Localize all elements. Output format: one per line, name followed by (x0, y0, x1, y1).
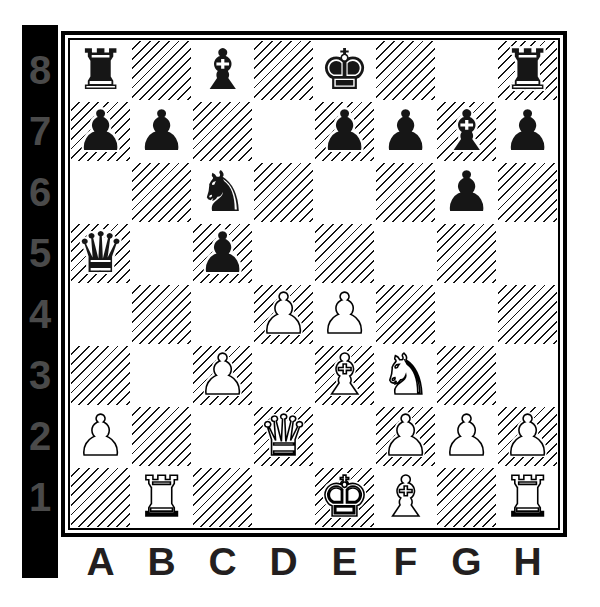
square-h1[interactable]: ♜ (497, 467, 558, 528)
piece-white-pawn[interactable]: ♟ (375, 406, 436, 467)
square-f3[interactable]: ♞ (375, 345, 436, 406)
piece-white-bishop[interactable]: ♝ (375, 467, 436, 528)
piece-black-knight[interactable]: ♞ (192, 162, 253, 223)
square-b1[interactable]: ♜ (131, 467, 192, 528)
square-h4[interactable] (497, 284, 558, 345)
rank-label-3: 3 (22, 345, 58, 406)
file-label-e: E (314, 539, 375, 584)
square-f4[interactable] (375, 284, 436, 345)
file-label-g: G (436, 539, 497, 584)
piece-white-king[interactable]: ♚ (314, 467, 375, 528)
file-label-c: C (192, 539, 253, 584)
square-f6[interactable] (375, 162, 436, 223)
square-a7[interactable]: ♟ (70, 101, 131, 162)
square-a4[interactable] (70, 284, 131, 345)
piece-white-knight[interactable]: ♞ (375, 345, 436, 406)
square-c3[interactable]: ♟ (192, 345, 253, 406)
square-c5[interactable]: ♟ (192, 223, 253, 284)
square-g7[interactable]: ♝ (436, 101, 497, 162)
piece-white-bishop[interactable]: ♝ (314, 345, 375, 406)
piece-black-pawn[interactable]: ♟ (497, 101, 558, 162)
square-c8[interactable]: ♝ (192, 40, 253, 101)
piece-white-pawn[interactable]: ♟ (70, 406, 131, 467)
rank-label-2: 2 (22, 406, 58, 467)
rank-label-1: 1 (22, 467, 58, 528)
square-e8[interactable]: ♚ (314, 40, 375, 101)
file-label-d: D (253, 539, 314, 584)
piece-black-pawn[interactable]: ♟ (314, 101, 375, 162)
rank-label-4: 4 (22, 284, 58, 345)
square-b6[interactable] (131, 162, 192, 223)
piece-black-bishop[interactable]: ♝ (436, 101, 497, 162)
square-d7[interactable] (253, 101, 314, 162)
square-d2[interactable]: ♛ (253, 406, 314, 467)
square-h3[interactable] (497, 345, 558, 406)
piece-black-pawn[interactable]: ♟ (70, 101, 131, 162)
piece-black-pawn[interactable]: ♟ (131, 101, 192, 162)
square-f1[interactable]: ♝ (375, 467, 436, 528)
piece-black-rook[interactable]: ♜ (70, 40, 131, 101)
square-a5[interactable]: ♛ (70, 223, 131, 284)
square-c1[interactable] (192, 467, 253, 528)
square-d8[interactable] (253, 40, 314, 101)
piece-white-pawn[interactable]: ♟ (192, 345, 253, 406)
square-e5[interactable] (314, 223, 375, 284)
square-a3[interactable] (70, 345, 131, 406)
square-g3[interactable] (436, 345, 497, 406)
square-a8[interactable]: ♜ (70, 40, 131, 101)
square-f2[interactable]: ♟ (375, 406, 436, 467)
square-c4[interactable] (192, 284, 253, 345)
square-g8[interactable] (436, 40, 497, 101)
square-h7[interactable]: ♟ (497, 101, 558, 162)
piece-black-pawn[interactable]: ♟ (375, 101, 436, 162)
piece-white-pawn[interactable]: ♟ (314, 284, 375, 345)
square-e2[interactable] (314, 406, 375, 467)
square-e1[interactable]: ♚ (314, 467, 375, 528)
square-c7[interactable] (192, 101, 253, 162)
piece-white-pawn[interactable]: ♟ (436, 406, 497, 467)
piece-black-bishop[interactable]: ♝ (192, 40, 253, 101)
square-e3[interactable]: ♝ (314, 345, 375, 406)
square-f8[interactable] (375, 40, 436, 101)
square-d1[interactable] (253, 467, 314, 528)
piece-black-king[interactable]: ♚ (314, 40, 375, 101)
square-g1[interactable] (436, 467, 497, 528)
rank-label-6: 6 (22, 162, 58, 223)
square-a2[interactable]: ♟ (70, 406, 131, 467)
rank-label-7: 7 (22, 101, 58, 162)
piece-black-rook[interactable]: ♜ (497, 40, 558, 101)
piece-white-queen[interactable]: ♛ (253, 406, 314, 467)
file-label-h: H (497, 539, 558, 584)
rank-label-8: 8 (22, 40, 58, 101)
file-label-a: A (70, 539, 131, 584)
square-c6[interactable]: ♞ (192, 162, 253, 223)
rank-label-5: 5 (22, 223, 58, 284)
square-g5[interactable] (436, 223, 497, 284)
square-a6[interactable] (70, 162, 131, 223)
square-h2[interactable]: ♟ (497, 406, 558, 467)
square-b2[interactable] (131, 406, 192, 467)
square-d6[interactable] (253, 162, 314, 223)
square-e6[interactable] (314, 162, 375, 223)
square-f5[interactable] (375, 223, 436, 284)
square-e7[interactable]: ♟ (314, 101, 375, 162)
square-h8[interactable]: ♜ (497, 40, 558, 101)
square-b8[interactable] (131, 40, 192, 101)
square-b4[interactable] (131, 284, 192, 345)
square-d4[interactable]: ♟ (253, 284, 314, 345)
chess-board: ♜♝♚♜♟♟♟♟♝♟♞♟♛♟♟♟♟♝♞♟♛♟♟♟♜♚♝♜ (68, 38, 560, 530)
square-e4[interactable]: ♟ (314, 284, 375, 345)
square-h5[interactable] (497, 223, 558, 284)
square-g6[interactable]: ♟ (436, 162, 497, 223)
piece-black-pawn[interactable]: ♟ (436, 162, 497, 223)
square-c2[interactable] (192, 406, 253, 467)
piece-white-pawn[interactable]: ♟ (497, 406, 558, 467)
square-g4[interactable] (436, 284, 497, 345)
file-label-b: B (131, 539, 192, 584)
square-b5[interactable] (131, 223, 192, 284)
piece-black-pawn[interactable]: ♟ (192, 223, 253, 284)
piece-white-rook[interactable]: ♜ (497, 467, 558, 528)
rank-strip: 8 7 6 5 4 3 2 1 (22, 25, 58, 578)
piece-white-pawn[interactable]: ♟ (253, 284, 314, 345)
square-b7[interactable]: ♟ (131, 101, 192, 162)
chess-diagram: 8 7 6 5 4 3 2 1 ♜♝♚♜♟♟♟♟♝♟♞♟♛♟♟♟♟♝♞♟♛♟♟♟… (0, 0, 600, 607)
square-a1[interactable] (70, 467, 131, 528)
square-h6[interactable] (497, 162, 558, 223)
square-d5[interactable] (253, 223, 314, 284)
piece-black-queen[interactable]: ♛ (70, 223, 131, 284)
piece-white-rook[interactable]: ♜ (131, 467, 192, 528)
file-labels: A B C D E F G H (70, 539, 558, 584)
file-label-f: F (375, 539, 436, 584)
square-f7[interactable]: ♟ (375, 101, 436, 162)
square-g2[interactable]: ♟ (436, 406, 497, 467)
square-b3[interactable] (131, 345, 192, 406)
square-d3[interactable] (253, 345, 314, 406)
